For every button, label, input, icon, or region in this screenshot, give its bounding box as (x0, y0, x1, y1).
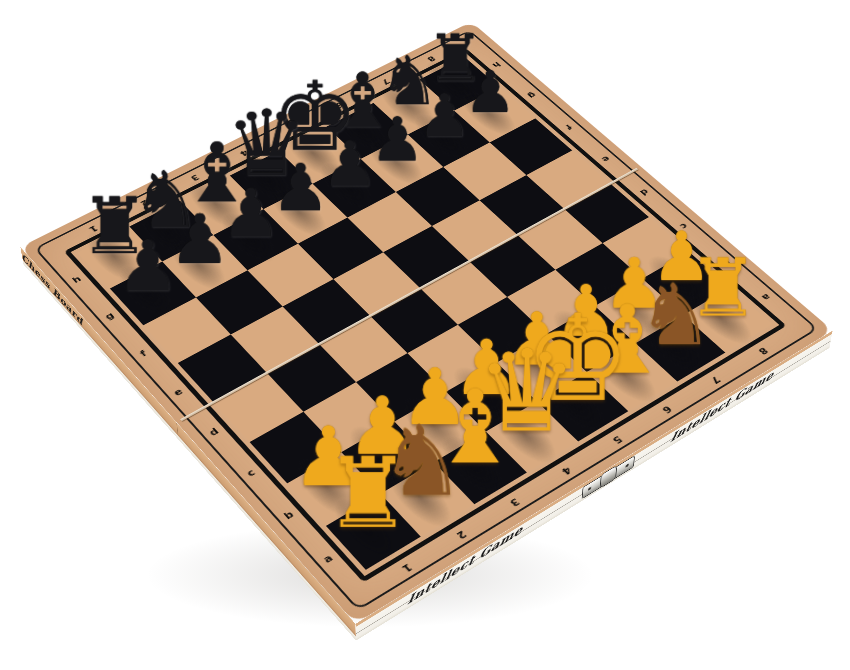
product-photo-scene: hh88gg77ff66ee55dd44cc33bb22aa11 ♜♟♞♟♝♟♚… (0, 0, 850, 670)
file-label-near: d (206, 426, 221, 438)
file-label-far: a (759, 291, 773, 302)
file-label-near: f (137, 348, 148, 358)
rank-label-near: 1 (399, 561, 414, 574)
file-label-near: b (281, 508, 296, 521)
rank-label-near: 2 (453, 528, 468, 541)
rank-label-near: 6 (659, 403, 674, 415)
rank-label-near: 5 (609, 433, 624, 445)
rank-label-near: 8 (755, 345, 770, 357)
file-label-near: g (102, 310, 116, 321)
file-label-near: a (320, 552, 335, 565)
rank-label-near: 7 (708, 374, 723, 386)
black-pawn-glyph: ♟ (116, 231, 179, 301)
file-label-near: c (244, 467, 258, 479)
file-label-near: e (171, 386, 185, 398)
rank-label-near: 4 (559, 464, 574, 477)
white-rook-glyph: ♜ (324, 445, 411, 543)
rank-label-near: 3 (507, 495, 522, 508)
